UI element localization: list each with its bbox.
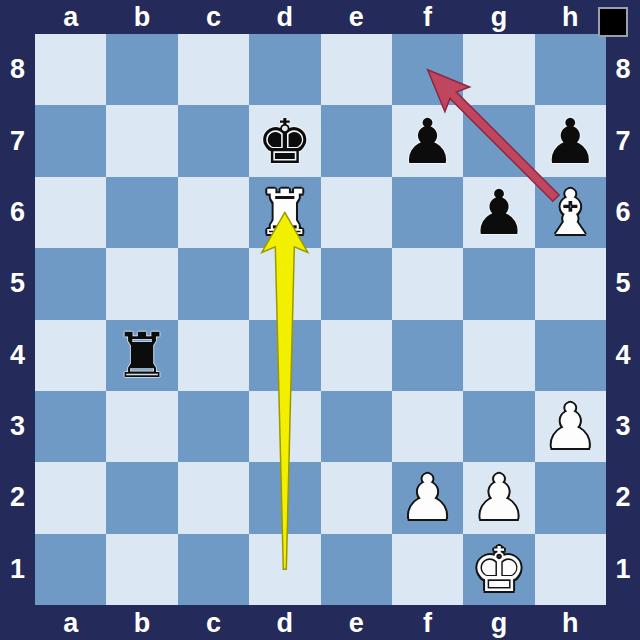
piece-black-rook-b4[interactable]: ♜ xyxy=(114,320,170,391)
file-label-g: g xyxy=(463,606,534,640)
rank-label-4: 4 xyxy=(606,320,640,391)
square-d7[interactable]: ♚ xyxy=(249,105,320,176)
square-d2[interactable] xyxy=(249,462,320,533)
square-h7[interactable]: ♟ xyxy=(535,105,606,176)
file-label-f: f xyxy=(392,606,463,640)
piece-black-king-d7[interactable]: ♚ xyxy=(257,106,313,177)
square-d8[interactable] xyxy=(249,34,320,105)
rank-label-2: 2 xyxy=(606,462,640,533)
square-b4[interactable]: ♜ xyxy=(106,320,177,391)
piece-white-pawn-f2[interactable]: ♟ xyxy=(400,462,456,533)
piece-black-pawn-g6[interactable]: ♟ xyxy=(471,177,527,248)
square-g5[interactable] xyxy=(463,248,534,319)
square-b7[interactable] xyxy=(106,105,177,176)
rank-label-5: 5 xyxy=(0,248,35,319)
square-c1[interactable] xyxy=(178,534,249,605)
square-e4[interactable] xyxy=(321,320,392,391)
rank-labels-right: 87654321 xyxy=(606,34,640,605)
square-h1[interactable] xyxy=(535,534,606,605)
square-f4[interactable] xyxy=(392,320,463,391)
file-label-b: b xyxy=(106,606,177,640)
rank-label-4: 4 xyxy=(0,320,35,391)
file-label-e: e xyxy=(321,0,392,34)
file-label-f: f xyxy=(392,0,463,34)
square-h5[interactable] xyxy=(535,248,606,319)
square-d6[interactable]: ♜ xyxy=(249,177,320,248)
piece-white-rook-d6[interactable]: ♜ xyxy=(257,177,313,248)
square-e6[interactable] xyxy=(321,177,392,248)
square-a4[interactable] xyxy=(35,320,106,391)
square-e7[interactable] xyxy=(321,105,392,176)
square-c2[interactable] xyxy=(178,462,249,533)
file-label-a: a xyxy=(35,0,106,34)
rank-label-5: 5 xyxy=(606,248,640,319)
square-d4[interactable] xyxy=(249,320,320,391)
square-f7[interactable]: ♟ xyxy=(392,105,463,176)
file-label-a: a xyxy=(35,606,106,640)
square-c6[interactable] xyxy=(178,177,249,248)
rank-label-3: 3 xyxy=(0,391,35,462)
rank-label-8: 8 xyxy=(606,34,640,105)
square-f8[interactable] xyxy=(392,34,463,105)
square-c8[interactable] xyxy=(178,34,249,105)
square-e1[interactable] xyxy=(321,534,392,605)
square-a3[interactable] xyxy=(35,391,106,462)
square-a7[interactable] xyxy=(35,105,106,176)
square-g4[interactable] xyxy=(463,320,534,391)
square-e3[interactable] xyxy=(321,391,392,462)
square-h8[interactable] xyxy=(535,34,606,105)
rank-label-2: 2 xyxy=(0,462,35,533)
square-b3[interactable] xyxy=(106,391,177,462)
square-h4[interactable] xyxy=(535,320,606,391)
piece-white-king-g1[interactable]: ♚ xyxy=(471,534,527,605)
square-a2[interactable] xyxy=(35,462,106,533)
rank-label-8: 8 xyxy=(0,34,35,105)
square-g1[interactable]: ♚ xyxy=(463,534,534,605)
square-d1[interactable] xyxy=(249,534,320,605)
square-a8[interactable] xyxy=(35,34,106,105)
piece-white-bishop-h6[interactable]: ♝ xyxy=(543,177,599,248)
file-label-h: h xyxy=(535,606,606,640)
square-h3[interactable]: ♟ xyxy=(535,391,606,462)
rank-label-1: 1 xyxy=(606,534,640,605)
piece-black-pawn-h7[interactable]: ♟ xyxy=(543,106,599,177)
square-h2[interactable] xyxy=(535,462,606,533)
square-f3[interactable] xyxy=(392,391,463,462)
square-f5[interactable] xyxy=(392,248,463,319)
square-d3[interactable] xyxy=(249,391,320,462)
square-b1[interactable] xyxy=(106,534,177,605)
square-a6[interactable] xyxy=(35,177,106,248)
rank-labels-left: 87654321 xyxy=(0,34,35,605)
square-c7[interactable] xyxy=(178,105,249,176)
black-to-move-indicator xyxy=(598,7,628,37)
square-b5[interactable] xyxy=(106,248,177,319)
piece-white-pawn-g2[interactable]: ♟ xyxy=(471,462,527,533)
file-label-h: h xyxy=(535,0,606,34)
square-a5[interactable] xyxy=(35,248,106,319)
square-g7[interactable] xyxy=(463,105,534,176)
square-g3[interactable] xyxy=(463,391,534,462)
square-e5[interactable] xyxy=(321,248,392,319)
file-label-d: d xyxy=(249,606,320,640)
square-f2[interactable]: ♟ xyxy=(392,462,463,533)
square-a1[interactable] xyxy=(35,534,106,605)
rank-label-3: 3 xyxy=(606,391,640,462)
square-c3[interactable] xyxy=(178,391,249,462)
square-c5[interactable] xyxy=(178,248,249,319)
square-e2[interactable] xyxy=(321,462,392,533)
square-g8[interactable] xyxy=(463,34,534,105)
square-g6[interactable]: ♟ xyxy=(463,177,534,248)
rank-label-1: 1 xyxy=(0,534,35,605)
chess-diagram: abcdefgh abcdefgh 87654321 87654321 ♚♟♟♜… xyxy=(0,0,640,640)
file-label-c: c xyxy=(178,606,249,640)
rank-label-6: 6 xyxy=(606,177,640,248)
file-label-b: b xyxy=(106,0,177,34)
square-b8[interactable] xyxy=(106,34,177,105)
square-f1[interactable] xyxy=(392,534,463,605)
file-label-g: g xyxy=(463,0,534,34)
file-label-d: d xyxy=(249,0,320,34)
rank-label-7: 7 xyxy=(606,105,640,176)
square-d5[interactable] xyxy=(249,248,320,319)
square-b2[interactable] xyxy=(106,462,177,533)
square-b6[interactable] xyxy=(106,177,177,248)
chess-board: ♚♟♟♜♟♝♜♟♟♟♚ xyxy=(35,34,606,605)
file-labels-bottom: abcdefgh xyxy=(35,606,606,640)
square-c4[interactable] xyxy=(178,320,249,391)
square-e8[interactable] xyxy=(321,34,392,105)
file-label-e: e xyxy=(321,606,392,640)
file-label-c: c xyxy=(178,0,249,34)
piece-white-pawn-h3[interactable]: ♟ xyxy=(543,391,599,462)
square-g2[interactable]: ♟ xyxy=(463,462,534,533)
piece-black-pawn-f7[interactable]: ♟ xyxy=(400,106,456,177)
rank-label-7: 7 xyxy=(0,105,35,176)
file-labels-top: abcdefgh xyxy=(35,0,606,34)
rank-label-6: 6 xyxy=(0,177,35,248)
square-h6[interactable]: ♝ xyxy=(535,177,606,248)
square-f6[interactable] xyxy=(392,177,463,248)
